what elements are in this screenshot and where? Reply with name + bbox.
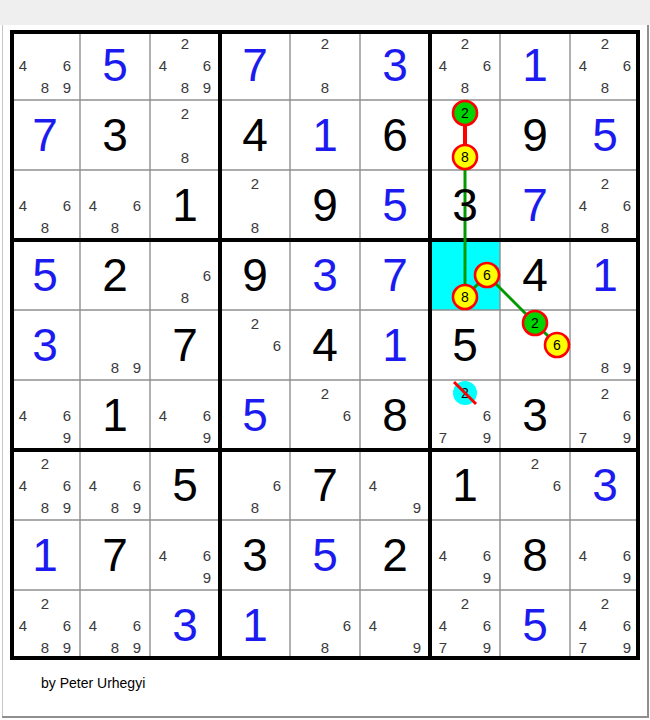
cell-r8c1[interactable]: 1 <box>10 520 80 590</box>
cell-r2c1[interactable]: 7 <box>10 100 80 170</box>
digit-given: 4 <box>242 112 268 158</box>
candidate-6: 6 <box>126 474 148 496</box>
digit-solved: 5 <box>382 182 408 228</box>
candidate-4: 4 <box>82 614 104 636</box>
candidates: 2468 <box>572 32 638 98</box>
candidate-6: 6 <box>476 54 498 76</box>
digit-solved: 3 <box>172 602 198 648</box>
candidates: 4689 <box>12 32 78 98</box>
cell-r4c3[interactable]: 68 <box>150 240 220 310</box>
cell-r4c7[interactable] <box>430 240 500 310</box>
candidate-4: 4 <box>12 54 34 76</box>
candidate-6: 6 <box>476 404 498 426</box>
digit-solved: 7 <box>522 182 548 228</box>
candidate-2: 2 <box>174 32 196 54</box>
candidates: 2468 <box>432 32 498 98</box>
cell-r3c6[interactable]: 5 <box>360 170 430 240</box>
candidate-6: 6 <box>56 194 78 216</box>
digit-solved: 7 <box>242 42 268 88</box>
candidate-9: 9 <box>126 496 148 518</box>
candidate-9: 9 <box>56 496 78 518</box>
digit-solved: 5 <box>522 602 548 648</box>
candidates: 469 <box>152 382 218 448</box>
digit-given: 9 <box>312 182 338 228</box>
cell-r7c1[interactable]: 24689 <box>10 450 80 520</box>
app-window: 4689524689728324681246873284169546846812… <box>0 0 650 720</box>
candidate-8: 8 <box>104 496 126 518</box>
cell-r8c7[interactable]: 469 <box>430 520 500 590</box>
candidate-2: 2 <box>244 172 266 194</box>
candidate-4: 4 <box>432 54 454 76</box>
digit-given: 5 <box>172 462 198 508</box>
cell-r1c8[interactable]: 1 <box>500 30 570 100</box>
candidates: 26 <box>292 382 358 448</box>
cell-r9c1[interactable]: 24689 <box>10 590 80 660</box>
candidate-8: 8 <box>104 636 126 658</box>
candidate-6: 6 <box>126 614 148 636</box>
cell-r6c3[interactable]: 469 <box>150 380 220 450</box>
candidate-9: 9 <box>126 356 148 378</box>
cell-r5c6[interactable]: 1 <box>360 310 430 380</box>
cell-r8c3[interactable]: 469 <box>150 520 220 590</box>
cell-r4c6[interactable]: 7 <box>360 240 430 310</box>
digit-solved: 3 <box>382 42 408 88</box>
candidate-6: 6 <box>616 194 638 216</box>
cell-r7c6[interactable]: 49 <box>360 450 430 520</box>
cell-r1c6[interactable]: 3 <box>360 30 430 100</box>
cell-r8c4[interactable]: 3 <box>220 520 290 590</box>
cell-r7c2[interactable]: 4689 <box>80 450 150 520</box>
candidate-9: 9 <box>56 426 78 448</box>
cell-r3c9[interactable]: 2468 <box>570 170 640 240</box>
candidate-2: 2 <box>454 32 476 54</box>
cell-r5c5[interactable]: 4 <box>290 310 360 380</box>
digit-given: 1 <box>452 462 478 508</box>
candidate-4: 4 <box>432 544 454 566</box>
candidate-8: 8 <box>244 496 266 518</box>
candidate-9: 9 <box>196 566 218 588</box>
candidates: 469 <box>572 522 638 588</box>
digit-given: 8 <box>382 392 408 438</box>
digit-given: 5 <box>452 322 478 368</box>
candidate-7: 7 <box>432 426 454 448</box>
digit-given: 8 <box>522 532 548 578</box>
candidate-6: 6 <box>56 54 78 76</box>
cell-r2c5[interactable]: 1 <box>290 100 360 170</box>
candidate-8: 8 <box>174 286 196 308</box>
candidate-4: 4 <box>362 614 384 636</box>
candidate-9: 9 <box>616 426 638 448</box>
candidate-2: 2 <box>454 592 476 614</box>
candidate-8: 8 <box>174 76 196 98</box>
digit-given: 1 <box>172 182 198 228</box>
candidate-6: 6 <box>476 544 498 566</box>
cell-r2c3[interactable]: 28 <box>150 100 220 170</box>
cell-r3c2[interactable]: 468 <box>80 170 150 240</box>
candidates: 26 <box>502 452 568 518</box>
candidate-6: 6 <box>336 404 358 426</box>
cell-r1c2[interactable]: 5 <box>80 30 150 100</box>
candidate-8: 8 <box>34 636 56 658</box>
digit-solved: 5 <box>32 252 58 298</box>
candidate-8: 8 <box>34 216 56 238</box>
cell-r7c3[interactable]: 5 <box>150 450 220 520</box>
cell-r4c4[interactable]: 9 <box>220 240 290 310</box>
candidate-4: 4 <box>152 544 174 566</box>
candidate-9: 9 <box>476 426 498 448</box>
digit-given: 4 <box>522 252 548 298</box>
digit-given: 9 <box>522 112 548 158</box>
candidate-6: 6 <box>56 404 78 426</box>
digit-given: 1 <box>102 392 128 438</box>
cell-r9c5[interactable]: 68 <box>290 590 360 660</box>
cell-r1c3[interactable]: 24689 <box>150 30 220 100</box>
digit-given: 7 <box>102 532 128 578</box>
cell-r3c3[interactable]: 1 <box>150 170 220 240</box>
candidate-2: 2 <box>524 452 546 474</box>
candidate-4: 4 <box>82 474 104 496</box>
cell-r7c5[interactable]: 7 <box>290 450 360 520</box>
candidate-4: 4 <box>572 194 594 216</box>
window-frame-bottom <box>2 716 649 718</box>
candidate-4: 4 <box>12 194 34 216</box>
digit-solved: 3 <box>592 462 618 508</box>
cell-r6c5[interactable]: 26 <box>290 380 360 450</box>
cell-r1c4[interactable]: 7 <box>220 30 290 100</box>
candidate-6: 6 <box>336 614 358 636</box>
candidate-9: 9 <box>126 636 148 658</box>
candidates: 49 <box>362 592 428 658</box>
candidate-4: 4 <box>12 614 34 636</box>
cell-r1c9[interactable]: 2468 <box>570 30 640 100</box>
cell-r3c7[interactable]: 3 <box>430 170 500 240</box>
candidate-4: 4 <box>572 614 594 636</box>
digit-given: 7 <box>172 322 198 368</box>
cell-r1c1[interactable]: 4689 <box>10 30 80 100</box>
digit-given: 2 <box>382 532 408 578</box>
candidate-4: 4 <box>152 404 174 426</box>
cell-r2c9[interactable]: 5 <box>570 100 640 170</box>
candidate-7: 7 <box>432 636 454 658</box>
candidates: 469 <box>432 522 498 588</box>
candidate-9: 9 <box>476 636 498 658</box>
candidate-4: 4 <box>362 474 384 496</box>
digit-given: 2 <box>102 252 128 298</box>
candidate-4: 4 <box>572 54 594 76</box>
candidate-6: 6 <box>616 54 638 76</box>
cell-r9c9[interactable]: 24679 <box>570 590 640 660</box>
candidate-2: 2 <box>594 382 616 404</box>
digit-given: 9 <box>242 252 268 298</box>
cell-r6c7[interactable]: 679 <box>430 380 500 450</box>
candidate-8: 8 <box>314 76 336 98</box>
digit-given: 6 <box>382 112 408 158</box>
candidates: 24689 <box>12 592 78 658</box>
cell-r6c2[interactable]: 1 <box>80 380 150 450</box>
candidates: 4689 <box>82 592 148 658</box>
candidate-6: 6 <box>616 544 638 566</box>
candidate-9: 9 <box>616 356 638 378</box>
candidates: 24689 <box>12 452 78 518</box>
cell-r8c8[interactable]: 8 <box>500 520 570 590</box>
candidates: 24679 <box>572 592 638 658</box>
candidate-8: 8 <box>34 76 56 98</box>
candidates <box>432 102 498 168</box>
candidates: 28 <box>292 32 358 98</box>
candidates: 468 <box>12 172 78 238</box>
candidate-6: 6 <box>546 474 568 496</box>
cell-r6c6[interactable]: 8 <box>360 380 430 450</box>
cell-r2c6[interactable]: 6 <box>360 100 430 170</box>
candidate-6: 6 <box>196 264 218 286</box>
candidates: 24679 <box>432 592 498 658</box>
candidate-9: 9 <box>56 76 78 98</box>
candidate-6: 6 <box>476 614 498 636</box>
candidates: 68 <box>292 592 358 658</box>
cell-r8c6[interactable]: 2 <box>360 520 430 590</box>
cell-r6c9[interactable]: 2679 <box>570 380 640 450</box>
candidate-2: 2 <box>244 312 266 334</box>
digit-given: 3 <box>452 182 478 228</box>
digit-given: 3 <box>522 392 548 438</box>
cell-r7c4[interactable]: 68 <box>220 450 290 520</box>
candidates: 89 <box>572 312 638 378</box>
cell-r5c9[interactable]: 89 <box>570 310 640 380</box>
candidate-8: 8 <box>104 216 126 238</box>
cell-r4c9[interactable]: 1 <box>570 240 640 310</box>
candidate-6: 6 <box>196 544 218 566</box>
digit-solved: 5 <box>312 532 338 578</box>
cell-r5c3[interactable]: 7 <box>150 310 220 380</box>
candidate-7: 7 <box>572 636 594 658</box>
cell-r1c5[interactable]: 28 <box>290 30 360 100</box>
digit-solved: 1 <box>382 322 408 368</box>
digit-solved: 3 <box>32 322 58 368</box>
candidate-2: 2 <box>594 32 616 54</box>
digit-solved: 7 <box>382 252 408 298</box>
sudoku-board: 4689524689728324681246873284169546846812… <box>10 30 640 660</box>
candidate-8: 8 <box>594 216 616 238</box>
candidates: 68 <box>222 452 288 518</box>
candidate-6: 6 <box>616 404 638 426</box>
cell-r8c5[interactable]: 5 <box>290 520 360 590</box>
candidate-6: 6 <box>196 404 218 426</box>
candidate-6: 6 <box>266 474 288 496</box>
cell-r4c2[interactable]: 2 <box>80 240 150 310</box>
candidate-2: 2 <box>314 382 336 404</box>
candidates: 469 <box>12 382 78 448</box>
candidate-4: 4 <box>12 474 34 496</box>
cell-r5c7[interactable]: 5 <box>430 310 500 380</box>
candidates: 28 <box>152 102 218 168</box>
candidates: 679 <box>432 382 498 448</box>
cell-r3c8[interactable]: 7 <box>500 170 570 240</box>
cell-r9c7[interactable]: 24679 <box>430 590 500 660</box>
candidates: 4689 <box>82 452 148 518</box>
candidate-4: 4 <box>152 54 174 76</box>
candidate-2: 2 <box>34 592 56 614</box>
candidate-8: 8 <box>594 356 616 378</box>
cell-r6c4[interactable]: 5 <box>220 380 290 450</box>
top-panel <box>0 0 650 25</box>
byline: by Peter Urhegyi <box>41 675 145 691</box>
digit-given: 4 <box>312 322 338 368</box>
candidates: 68 <box>152 242 218 308</box>
cell-r1c7[interactable]: 2468 <box>430 30 500 100</box>
cell-r9c8[interactable]: 5 <box>500 590 570 660</box>
candidate-8: 8 <box>454 76 476 98</box>
window-frame-left <box>2 25 3 717</box>
candidate-4: 4 <box>12 404 34 426</box>
cell-r6c8[interactable]: 3 <box>500 380 570 450</box>
candidate-8: 8 <box>104 356 126 378</box>
candidate-2: 2 <box>594 592 616 614</box>
digit-given: 7 <box>312 462 338 508</box>
cell-r7c7[interactable]: 1 <box>430 450 500 520</box>
candidate-7: 7 <box>572 426 594 448</box>
candidates: 2468 <box>572 172 638 238</box>
candidates: 26 <box>222 312 288 378</box>
candidates: 28 <box>222 172 288 238</box>
cell-r2c8[interactable]: 9 <box>500 100 570 170</box>
candidates: 49 <box>362 452 428 518</box>
candidate-2: 2 <box>174 102 196 124</box>
digit-solved: 1 <box>312 112 338 158</box>
candidate-8: 8 <box>174 146 196 168</box>
cell-r5c8[interactable] <box>500 310 570 380</box>
candidate-8: 8 <box>314 636 336 658</box>
digit-solved: 3 <box>312 252 338 298</box>
cell-r7c8[interactable]: 26 <box>500 450 570 520</box>
candidate-6: 6 <box>616 614 638 636</box>
cell-r8c2[interactable]: 7 <box>80 520 150 590</box>
cell-r5c2[interactable]: 89 <box>80 310 150 380</box>
digit-solved: 5 <box>592 112 618 158</box>
cell-r5c4[interactable]: 26 <box>220 310 290 380</box>
candidate-6: 6 <box>56 614 78 636</box>
cell-r2c7[interactable] <box>430 100 500 170</box>
cell-r7c9[interactable]: 3 <box>570 450 640 520</box>
candidate-2: 2 <box>34 452 56 474</box>
digit-solved: 1 <box>242 602 268 648</box>
candidates: 89 <box>82 312 148 378</box>
cell-r8c9[interactable]: 469 <box>570 520 640 590</box>
candidates: 2679 <box>572 382 638 448</box>
candidate-8: 8 <box>34 496 56 518</box>
candidate-9: 9 <box>476 566 498 588</box>
candidate-9: 9 <box>196 76 218 98</box>
candidate-4: 4 <box>572 544 594 566</box>
cell-r3c5[interactable]: 9 <box>290 170 360 240</box>
digit-given: 3 <box>102 112 128 158</box>
candidates: 24689 <box>152 32 218 98</box>
digit-solved: 1 <box>522 42 548 88</box>
cell-r2c4[interactable]: 4 <box>220 100 290 170</box>
candidate-4: 4 <box>432 614 454 636</box>
candidates <box>432 242 498 308</box>
cell-r3c1[interactable]: 468 <box>10 170 80 240</box>
cell-grid: 4689524689728324681246873284169546846812… <box>10 30 640 660</box>
candidate-9: 9 <box>616 636 638 658</box>
candidate-6: 6 <box>126 194 148 216</box>
cell-r2c2[interactable]: 3 <box>80 100 150 170</box>
cell-r9c4[interactable]: 1 <box>220 590 290 660</box>
cell-r9c3[interactable]: 3 <box>150 590 220 660</box>
candidate-2: 2 <box>314 32 336 54</box>
candidate-8: 8 <box>594 76 616 98</box>
candidates: 468 <box>82 172 148 238</box>
candidate-6: 6 <box>56 474 78 496</box>
cell-r4c8[interactable]: 4 <box>500 240 570 310</box>
candidate-9: 9 <box>406 496 428 518</box>
cell-r9c2[interactable]: 4689 <box>80 590 150 660</box>
cell-r6c1[interactable]: 469 <box>10 380 80 450</box>
candidates <box>502 312 568 378</box>
digit-given: 3 <box>242 532 268 578</box>
window-frame-right <box>647 25 649 718</box>
cell-r4c1[interactable]: 5 <box>10 240 80 310</box>
digit-solved: 5 <box>242 392 268 438</box>
candidate-2: 2 <box>594 172 616 194</box>
candidates: 469 <box>152 522 218 588</box>
cell-r9c6[interactable]: 49 <box>360 590 430 660</box>
candidate-6: 6 <box>196 54 218 76</box>
candidate-4: 4 <box>82 194 104 216</box>
digit-solved: 7 <box>32 112 58 158</box>
candidate-6: 6 <box>266 334 288 356</box>
candidate-9: 9 <box>56 636 78 658</box>
cell-r4c5[interactable]: 3 <box>290 240 360 310</box>
digit-solved: 1 <box>32 532 58 578</box>
candidate-9: 9 <box>406 636 428 658</box>
digit-solved: 5 <box>102 42 128 88</box>
candidate-8: 8 <box>244 216 266 238</box>
digit-solved: 1 <box>592 252 618 298</box>
cell-r5c1[interactable]: 3 <box>10 310 80 380</box>
cell-r3c4[interactable]: 28 <box>220 170 290 240</box>
candidate-9: 9 <box>196 426 218 448</box>
candidate-9: 9 <box>616 566 638 588</box>
